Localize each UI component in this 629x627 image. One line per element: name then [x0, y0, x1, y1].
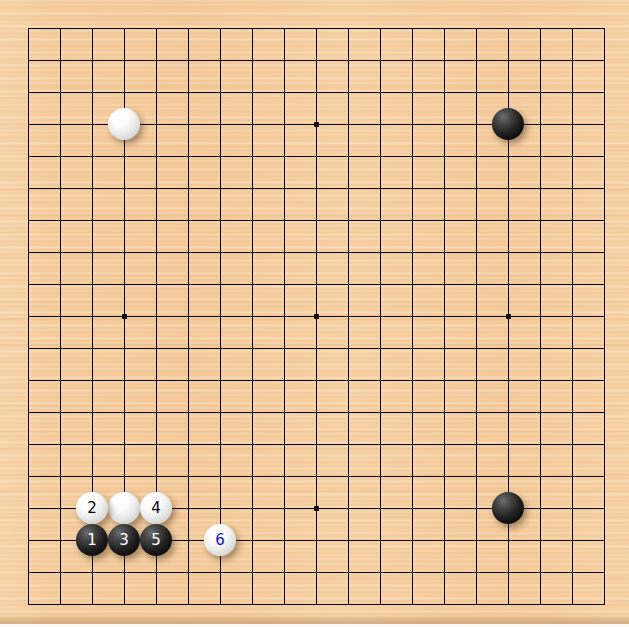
stone-q16 — [492, 108, 524, 140]
move-number-label: 1 — [87, 533, 97, 548]
stone-move-4: 4 — [140, 492, 172, 524]
stones-layer: 241356 — [12, 12, 620, 620]
stone-move-6: 6 — [204, 524, 236, 556]
move-number-label: 2 — [87, 501, 97, 516]
stone-move-1: 1 — [76, 524, 108, 556]
move-number-label: 4 — [151, 501, 161, 516]
stone-move-3: 3 — [108, 524, 140, 556]
stone-move-5: 5 — [140, 524, 172, 556]
stone-d4 — [108, 492, 140, 524]
stone-move-2: 2 — [76, 492, 108, 524]
move-number-label: 3 — [119, 533, 129, 548]
stone-q4 — [492, 492, 524, 524]
go-board[interactable]: 241356 — [0, 0, 629, 627]
stone-d16 — [108, 108, 140, 140]
board-bottom-shadow — [0, 614, 629, 624]
move-number-label: 5 — [151, 533, 161, 548]
move-number-label: 6 — [215, 533, 225, 548]
